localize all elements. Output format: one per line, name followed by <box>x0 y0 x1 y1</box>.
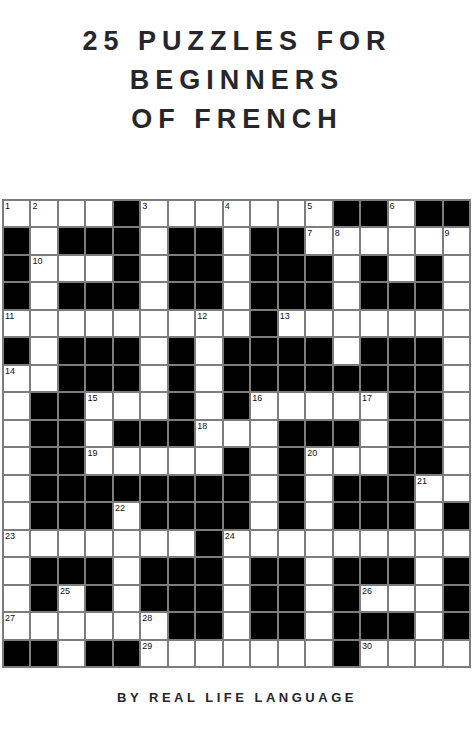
black-cell-r15c7 <box>196 613 221 638</box>
clue-number: 22 <box>115 503 125 513</box>
cell-r1c14[interactable] <box>389 228 414 253</box>
title-line-2: BEGINNERS <box>0 61 474 100</box>
black-cell-r12c7 <box>196 531 221 556</box>
cell-r8c13[interactable] <box>361 421 386 446</box>
cell-r4c16[interactable] <box>444 311 469 336</box>
cell-r13c4[interactable] <box>114 558 139 583</box>
cell-r3c16[interactable] <box>444 283 469 308</box>
cell-r3c1[interactable] <box>31 283 56 308</box>
cell-r5c16[interactable] <box>444 338 469 363</box>
black-cell-r13c14 <box>389 558 414 583</box>
cell-r4c5[interactable] <box>141 311 166 336</box>
cell-r13c11[interactable] <box>306 558 331 583</box>
cell-r4c10[interactable]: 13 <box>279 311 304 336</box>
black-cell-r10c13 <box>361 476 386 501</box>
clue-number: 17 <box>362 393 372 403</box>
cell-r13c8[interactable] <box>224 558 249 583</box>
cell-r5c7[interactable] <box>196 338 221 363</box>
cell-r9c13[interactable] <box>361 448 386 473</box>
black-cell-r6c4 <box>114 366 139 391</box>
cell-r4c8[interactable] <box>224 311 249 336</box>
black-cell-r14c16 <box>444 586 469 611</box>
cell-r0c0[interactable]: 1 <box>4 201 29 226</box>
cell-r12c12[interactable] <box>334 531 359 556</box>
black-cell-r16c0 <box>4 641 29 666</box>
black-cell-r5c15 <box>416 338 441 363</box>
black-cell-r2c15 <box>416 256 441 281</box>
black-cell-r3c10 <box>279 283 304 308</box>
clue-number: 1 <box>5 201 10 211</box>
cell-r5c12[interactable] <box>334 338 359 363</box>
black-cell-r15c10 <box>279 613 304 638</box>
black-cell-r5c9 <box>251 338 276 363</box>
clue-number: 7 <box>307 228 312 238</box>
black-cell-r8c2 <box>59 421 84 446</box>
black-cell-r15c9 <box>251 613 276 638</box>
cell-r13c15[interactable] <box>416 558 441 583</box>
cell-r12c5[interactable] <box>141 531 166 556</box>
clue-number: 10 <box>32 256 42 266</box>
black-cell-r5c2 <box>59 338 84 363</box>
black-cell-r11c5 <box>141 503 166 528</box>
cell-r4c15[interactable] <box>416 311 441 336</box>
black-cell-r11c2 <box>59 503 84 528</box>
cell-r7c10[interactable] <box>279 393 304 418</box>
black-cell-r8c4 <box>114 421 139 446</box>
cell-r15c3[interactable] <box>86 613 111 638</box>
cell-r9c7[interactable] <box>196 448 221 473</box>
cell-r12c9[interactable] <box>251 531 276 556</box>
cell-r16c16[interactable] <box>444 641 469 666</box>
black-cell-r10c3 <box>86 476 111 501</box>
cell-r12c13[interactable] <box>361 531 386 556</box>
cell-r4c14[interactable] <box>389 311 414 336</box>
black-cell-r10c4 <box>114 476 139 501</box>
cell-r2c16[interactable] <box>444 256 469 281</box>
cell-r3c5[interactable] <box>141 283 166 308</box>
clue-number: 15 <box>87 393 97 403</box>
clue-number: 25 <box>60 586 70 596</box>
cell-r16c5[interactable]: 29 <box>141 641 166 666</box>
black-cell-r3c14 <box>389 283 414 308</box>
black-cell-r13c12 <box>334 558 359 583</box>
black-cell-r1c9 <box>251 228 276 253</box>
cell-r16c11[interactable] <box>306 641 331 666</box>
cell-r12c11[interactable] <box>306 531 331 556</box>
cell-r11c0[interactable] <box>4 503 29 528</box>
black-cell-r11c13 <box>361 503 386 528</box>
black-cell-r2c11 <box>306 256 331 281</box>
cell-r1c16[interactable]: 9 <box>444 228 469 253</box>
black-cell-r2c13 <box>361 256 386 281</box>
black-cell-r0c16 <box>444 201 469 226</box>
cell-r10c9[interactable] <box>251 476 276 501</box>
black-cell-r7c1 <box>31 393 56 418</box>
cell-r7c3[interactable]: 15 <box>86 393 111 418</box>
cell-r12c15[interactable] <box>416 531 441 556</box>
cell-r4c13[interactable] <box>361 311 386 336</box>
cell-r1c8[interactable] <box>224 228 249 253</box>
cell-r0c2[interactable] <box>59 201 84 226</box>
cell-r4c2[interactable] <box>59 311 84 336</box>
cell-r12c6[interactable] <box>169 531 194 556</box>
cell-r0c5[interactable]: 3 <box>141 201 166 226</box>
black-cell-r15c16 <box>444 613 469 638</box>
cell-r0c1[interactable]: 2 <box>31 201 56 226</box>
black-cell-r3c2 <box>59 283 84 308</box>
cell-r16c14[interactable] <box>389 641 414 666</box>
cell-r9c0[interactable] <box>4 448 29 473</box>
clue-number: 28 <box>142 613 152 623</box>
black-cell-r11c6 <box>169 503 194 528</box>
cell-r9c6[interactable] <box>169 448 194 473</box>
black-cell-r1c6 <box>169 228 194 253</box>
cell-r3c8[interactable] <box>224 283 249 308</box>
black-cell-r2c4 <box>114 256 139 281</box>
black-cell-r15c6 <box>169 613 194 638</box>
black-cell-r2c10 <box>279 256 304 281</box>
black-cell-r5c14 <box>389 338 414 363</box>
cell-r12c4[interactable] <box>114 531 139 556</box>
cell-r8c9[interactable] <box>251 421 276 446</box>
cell-r14c13[interactable]: 26 <box>361 586 386 611</box>
black-cell-r7c6 <box>169 393 194 418</box>
cell-r15c1[interactable] <box>31 613 56 638</box>
clue-number: 29 <box>142 641 152 651</box>
cell-r2c8[interactable] <box>224 256 249 281</box>
cover-title: 25 PUZZLES FOR BEGINNERS OF FRENCH <box>0 22 474 139</box>
cell-r12c8[interactable]: 24 <box>224 531 249 556</box>
cell-r9c9[interactable] <box>251 448 276 473</box>
black-cell-r10c6 <box>169 476 194 501</box>
cell-r0c11[interactable]: 5 <box>306 201 331 226</box>
black-cell-r13c3 <box>86 558 111 583</box>
cell-r12c14[interactable] <box>389 531 414 556</box>
black-cell-r15c12 <box>334 613 359 638</box>
cell-r14c14[interactable] <box>389 586 414 611</box>
black-cell-r8c6 <box>169 421 194 446</box>
black-cell-r7c15 <box>416 393 441 418</box>
cell-r14c15[interactable] <box>416 586 441 611</box>
cell-r16c9[interactable] <box>251 641 276 666</box>
cell-r0c9[interactable] <box>251 201 276 226</box>
black-cell-r9c10 <box>279 448 304 473</box>
cell-r11c11[interactable] <box>306 503 331 528</box>
cell-r14c8[interactable] <box>224 586 249 611</box>
cell-r16c13[interactable]: 30 <box>361 641 386 666</box>
cell-r15c11[interactable] <box>306 613 331 638</box>
cell-r11c15[interactable] <box>416 503 441 528</box>
clue-number: 5 <box>307 201 312 211</box>
black-cell-r10c2 <box>59 476 84 501</box>
black-cell-r13c9 <box>251 558 276 583</box>
black-cell-r11c3 <box>86 503 111 528</box>
black-cell-r14c5 <box>141 586 166 611</box>
cell-r16c15[interactable] <box>416 641 441 666</box>
cell-r8c16[interactable] <box>444 421 469 446</box>
cell-r4c0[interactable]: 11 <box>4 311 29 336</box>
cell-r6c0[interactable]: 14 <box>4 366 29 391</box>
cell-r9c4[interactable] <box>114 448 139 473</box>
black-cell-r11c1 <box>31 503 56 528</box>
cell-r14c11[interactable] <box>306 586 331 611</box>
clue-number: 4 <box>225 201 230 211</box>
cell-r4c1[interactable] <box>31 311 56 336</box>
black-cell-r6c10 <box>279 366 304 391</box>
black-cell-r2c0 <box>4 256 29 281</box>
cell-r6c1[interactable] <box>31 366 56 391</box>
black-cell-r9c1 <box>31 448 56 473</box>
cell-r7c7[interactable] <box>196 393 221 418</box>
black-cell-r16c4 <box>114 641 139 666</box>
cell-r9c3[interactable]: 19 <box>86 448 111 473</box>
black-cell-r8c5 <box>141 421 166 446</box>
clue-number: 13 <box>280 311 290 321</box>
black-cell-r0c12 <box>334 201 359 226</box>
cell-r4c3[interactable] <box>86 311 111 336</box>
black-cell-r11c12 <box>334 503 359 528</box>
black-cell-r14c12 <box>334 586 359 611</box>
black-cell-r7c8 <box>224 393 249 418</box>
black-cell-r13c1 <box>31 558 56 583</box>
black-cell-r6c13 <box>361 366 386 391</box>
cell-r2c5[interactable] <box>141 256 166 281</box>
black-cell-r8c12 <box>334 421 359 446</box>
cell-r10c11[interactable] <box>306 476 331 501</box>
black-cell-r6c8 <box>224 366 249 391</box>
black-cell-r6c11 <box>306 366 331 391</box>
clue-number: 2 <box>32 201 37 211</box>
cell-r0c8[interactable]: 4 <box>224 201 249 226</box>
black-cell-r6c9 <box>251 366 276 391</box>
black-cell-r0c13 <box>361 201 386 226</box>
black-cell-r10c8 <box>224 476 249 501</box>
cell-r8c8[interactable] <box>224 421 249 446</box>
black-cell-r11c10 <box>279 503 304 528</box>
cell-r12c0[interactable]: 23 <box>4 531 29 556</box>
black-cell-r1c2 <box>59 228 84 253</box>
cell-r4c11[interactable] <box>306 311 331 336</box>
cell-r7c4[interactable] <box>114 393 139 418</box>
black-cell-r5c10 <box>279 338 304 363</box>
black-cell-r5c13 <box>361 338 386 363</box>
black-cell-r7c2 <box>59 393 84 418</box>
cell-r6c5[interactable] <box>141 366 166 391</box>
cell-r4c12[interactable] <box>334 311 359 336</box>
cell-r1c15[interactable] <box>416 228 441 253</box>
clue-number: 27 <box>5 613 15 623</box>
clue-number: 6 <box>390 201 395 211</box>
black-cell-r8c1 <box>31 421 56 446</box>
cell-r6c16[interactable] <box>444 366 469 391</box>
black-cell-r13c6 <box>169 558 194 583</box>
black-cell-r16c12 <box>334 641 359 666</box>
black-cell-r2c7 <box>196 256 221 281</box>
black-cell-r14c6 <box>169 586 194 611</box>
black-cell-r6c6 <box>169 366 194 391</box>
cell-r1c5[interactable] <box>141 228 166 253</box>
clue-number: 9 <box>445 228 450 238</box>
cell-r3c12[interactable] <box>334 283 359 308</box>
cell-r2c12[interactable] <box>334 256 359 281</box>
black-cell-r2c6 <box>169 256 194 281</box>
black-cell-r1c3 <box>86 228 111 253</box>
cell-r9c16[interactable] <box>444 448 469 473</box>
cell-r2c1[interactable]: 10 <box>31 256 56 281</box>
cell-r10c0[interactable] <box>4 476 29 501</box>
crossword-grid: 1234567891011121314151617181920212223242… <box>2 199 471 668</box>
cell-r4c7[interactable]: 12 <box>196 311 221 336</box>
clue-number: 3 <box>142 201 147 211</box>
black-cell-r14c7 <box>196 586 221 611</box>
black-cell-r5c8 <box>224 338 249 363</box>
cell-r2c3[interactable] <box>86 256 111 281</box>
black-cell-r16c1 <box>31 641 56 666</box>
cell-r15c2[interactable] <box>59 613 84 638</box>
cell-r8c0[interactable] <box>4 421 29 446</box>
black-cell-r7c14 <box>389 393 414 418</box>
black-cell-r14c3 <box>86 586 111 611</box>
black-cell-r10c1 <box>31 476 56 501</box>
cell-r15c4[interactable] <box>114 613 139 638</box>
clue-number: 19 <box>87 448 97 458</box>
cell-r7c12[interactable] <box>334 393 359 418</box>
cell-r8c3[interactable] <box>86 421 111 446</box>
cell-r16c8[interactable] <box>224 641 249 666</box>
cell-r0c3[interactable] <box>86 201 111 226</box>
black-cell-r3c3 <box>86 283 111 308</box>
cell-r16c10[interactable] <box>279 641 304 666</box>
cell-r10c16[interactable] <box>444 476 469 501</box>
cell-r8c7[interactable]: 18 <box>196 421 221 446</box>
cell-r12c3[interactable] <box>86 531 111 556</box>
cell-r11c9[interactable] <box>251 503 276 528</box>
black-cell-r4c9 <box>251 311 276 336</box>
black-cell-r9c2 <box>59 448 84 473</box>
cell-r11c4[interactable]: 22 <box>114 503 139 528</box>
cell-r1c1[interactable] <box>31 228 56 253</box>
cell-r1c12[interactable]: 8 <box>334 228 359 253</box>
cell-r9c11[interactable]: 20 <box>306 448 331 473</box>
cell-r0c7[interactable] <box>196 201 221 226</box>
cell-r12c2[interactable] <box>59 531 84 556</box>
cell-r14c0[interactable] <box>4 586 29 611</box>
black-cell-r3c0 <box>4 283 29 308</box>
cell-r7c11[interactable] <box>306 393 331 418</box>
black-cell-r3c6 <box>169 283 194 308</box>
cell-r7c9[interactable]: 16 <box>251 393 276 418</box>
cell-r1c11[interactable]: 7 <box>306 228 331 253</box>
cell-r16c6[interactable] <box>169 641 194 666</box>
black-cell-r1c4 <box>114 228 139 253</box>
clue-number: 16 <box>252 393 262 403</box>
clue-number: 18 <box>197 421 207 431</box>
cell-r7c16[interactable] <box>444 393 469 418</box>
black-cell-r13c13 <box>361 558 386 583</box>
black-cell-r1c10 <box>279 228 304 253</box>
black-cell-r3c4 <box>114 283 139 308</box>
clue-number: 26 <box>362 586 372 596</box>
cell-r12c10[interactable] <box>279 531 304 556</box>
black-cell-r3c11 <box>306 283 331 308</box>
black-cell-r13c16 <box>444 558 469 583</box>
cell-r0c6[interactable] <box>169 201 194 226</box>
black-cell-r10c10 <box>279 476 304 501</box>
black-cell-r11c8 <box>224 503 249 528</box>
cell-r4c4[interactable] <box>114 311 139 336</box>
clue-number: 12 <box>197 311 207 321</box>
cell-r9c12[interactable] <box>334 448 359 473</box>
cell-r15c8[interactable] <box>224 613 249 638</box>
cell-r6c7[interactable] <box>196 366 221 391</box>
cell-r15c0[interactable]: 27 <box>4 613 29 638</box>
cell-r2c14[interactable] <box>389 256 414 281</box>
cell-r16c7[interactable] <box>196 641 221 666</box>
black-cell-r5c11 <box>306 338 331 363</box>
cell-r0c14[interactable]: 6 <box>389 201 414 226</box>
black-cell-r0c15 <box>416 201 441 226</box>
cell-r5c1[interactable] <box>31 338 56 363</box>
black-cell-r14c9 <box>251 586 276 611</box>
black-cell-r14c1 <box>31 586 56 611</box>
cell-r12c1[interactable] <box>31 531 56 556</box>
cell-r13c0[interactable] <box>4 558 29 583</box>
black-cell-r3c15 <box>416 283 441 308</box>
black-cell-r1c7 <box>196 228 221 253</box>
clue-number: 23 <box>5 531 15 541</box>
cell-r7c5[interactable] <box>141 393 166 418</box>
black-cell-r9c8 <box>224 448 249 473</box>
black-cell-r2c9 <box>251 256 276 281</box>
cell-r5c5[interactable] <box>141 338 166 363</box>
black-cell-r13c7 <box>196 558 221 583</box>
cell-r10c15[interactable]: 21 <box>416 476 441 501</box>
cell-r14c4[interactable] <box>114 586 139 611</box>
black-cell-r13c10 <box>279 558 304 583</box>
cell-r15c15[interactable] <box>416 613 441 638</box>
clue-number: 21 <box>417 476 427 486</box>
black-cell-r3c9 <box>251 283 276 308</box>
black-cell-r11c7 <box>196 503 221 528</box>
cell-r1c13[interactable] <box>361 228 386 253</box>
black-cell-r8c11 <box>306 421 331 446</box>
black-cell-r5c6 <box>169 338 194 363</box>
clue-number: 11 <box>5 311 14 321</box>
black-cell-r16c3 <box>86 641 111 666</box>
cell-r0c10[interactable] <box>279 201 304 226</box>
cell-r9c5[interactable] <box>141 448 166 473</box>
clue-number: 30 <box>362 641 372 651</box>
cell-r12c16[interactable] <box>444 531 469 556</box>
cell-r4c6[interactable] <box>169 311 194 336</box>
black-cell-r9c15 <box>416 448 441 473</box>
cell-r15c5[interactable]: 28 <box>141 613 166 638</box>
black-cell-r6c12 <box>334 366 359 391</box>
black-cell-r5c0 <box>4 338 29 363</box>
cell-r16c2[interactable] <box>59 641 84 666</box>
black-cell-r10c12 <box>334 476 359 501</box>
black-cell-r6c3 <box>86 366 111 391</box>
cell-r7c13[interactable]: 17 <box>361 393 386 418</box>
clue-number: 14 <box>5 366 15 376</box>
cell-r14c2[interactable]: 25 <box>59 586 84 611</box>
black-cell-r8c10 <box>279 421 304 446</box>
cell-r7c0[interactable] <box>4 393 29 418</box>
black-cell-r8c14 <box>389 421 414 446</box>
black-cell-r1c0 <box>4 228 29 253</box>
black-cell-r14c10 <box>279 586 304 611</box>
cell-r2c2[interactable] <box>59 256 84 281</box>
